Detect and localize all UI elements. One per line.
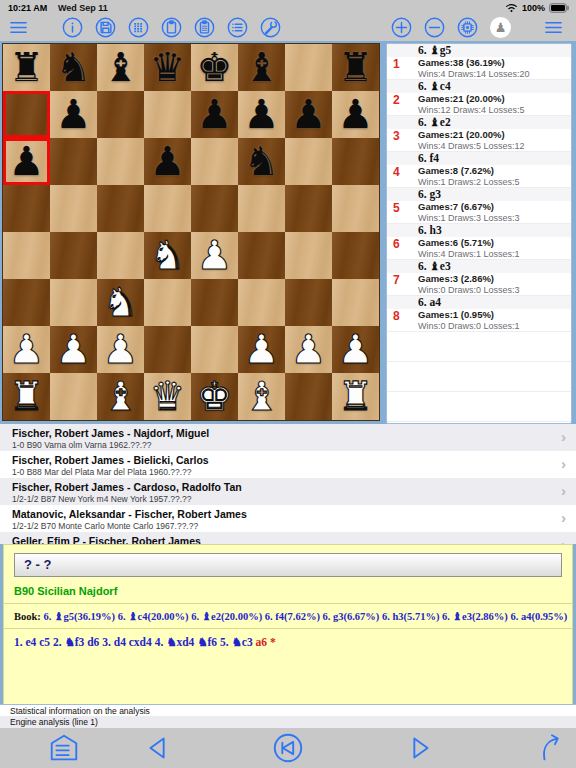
stat-games-count: Games:21 (20.00%) bbox=[387, 93, 571, 105]
square-f3[interactable] bbox=[238, 279, 285, 326]
black-pawn: ♟ bbox=[332, 91, 379, 138]
square-h3[interactable] bbox=[332, 279, 379, 326]
menu-right-icon[interactable] bbox=[543, 17, 564, 38]
list-icon[interactable] bbox=[227, 17, 248, 38]
game-result-event: 1/2-1/2 B70 Monte Carlo Monte Carlo 1967… bbox=[12, 521, 552, 531]
divider bbox=[4, 628, 572, 629]
black-king: ♚ bbox=[191, 44, 238, 91]
stat-rank-number: 6 bbox=[393, 237, 400, 251]
stat-win-draw-loss: Wins:0 Draws:0 Losses:1 bbox=[387, 321, 571, 332]
clock-date: Wed Sep 11 bbox=[58, 3, 108, 13]
square-e6[interactable] bbox=[191, 138, 238, 185]
square-g2[interactable]: ♟ bbox=[285, 326, 332, 373]
black-rook: ♜ bbox=[332, 44, 379, 91]
minus-icon[interactable] bbox=[424, 17, 445, 38]
square-c1[interactable]: ♝ bbox=[97, 373, 144, 420]
engine-analysis-row[interactable]: Engine analysis (line 1) bbox=[0, 716, 576, 728]
chess-board: ♜♞♝♛♚♝♜♟♟♟♟♟♟♟♞♞♟♞♟♟♟♟♟♟♜♝♛♚♝♜ bbox=[2, 43, 380, 421]
square-d6[interactable]: ♟ bbox=[144, 138, 191, 185]
game-list-item[interactable]: Geller, Efim P - Fischer, Robert James › bbox=[0, 532, 576, 544]
black-pawn: ♟ bbox=[3, 138, 50, 185]
stat-move-label: 6. a4 bbox=[387, 296, 571, 309]
move-stat-entry[interactable]: 6. g3 5 Games:7 (6.67%) Wins:1 Draws:3 L… bbox=[387, 188, 571, 224]
square-e5[interactable] bbox=[191, 185, 238, 232]
engine-chip-icon[interactable] bbox=[457, 17, 478, 38]
square-d5[interactable] bbox=[144, 185, 191, 232]
white-pawn: ♟ bbox=[50, 326, 97, 373]
square-a1[interactable]: ♜ bbox=[3, 373, 50, 420]
variation-arrow-icon[interactable] bbox=[535, 731, 569, 765]
square-g5[interactable] bbox=[285, 185, 332, 232]
black-bishop: ♝ bbox=[97, 44, 144, 91]
info-icon[interactable] bbox=[62, 17, 83, 38]
plus-icon[interactable] bbox=[391, 17, 412, 38]
move-stat-entry[interactable]: 6. h3 6 Games:6 (5.71%) Wins:4 Draws:1 L… bbox=[387, 224, 571, 260]
square-h7[interactable]: ♟ bbox=[332, 91, 379, 138]
square-f8[interactable]: ♝ bbox=[238, 44, 285, 91]
white-bishop: ♝ bbox=[97, 373, 144, 420]
game-result-event: 1-0 B90 Varna olm Varna 1962.??.?? bbox=[12, 440, 552, 450]
wifi-icon bbox=[505, 2, 518, 13]
clipboard-icon[interactable] bbox=[161, 17, 182, 38]
black-knight: ♞ bbox=[50, 44, 97, 91]
black-pawn: ♟ bbox=[285, 91, 332, 138]
home-menu-icon[interactable] bbox=[47, 731, 81, 765]
square-e8[interactable]: ♚ bbox=[191, 44, 238, 91]
stat-rank-number: 8 bbox=[393, 309, 400, 323]
white-rook: ♜ bbox=[3, 373, 50, 420]
book-moves: 6. ♝g5(36.19%) 6. ♝c4(20.00%) 6. ♝e2(20.… bbox=[41, 611, 567, 622]
square-d2[interactable] bbox=[144, 326, 191, 373]
stat-games-count: Games:8 (7.62%) bbox=[387, 165, 571, 177]
eco-opening-name: B90 Sicilian Najdorf bbox=[14, 585, 572, 597]
empty-row bbox=[387, 362, 571, 392]
square-d4[interactable]: ♞ bbox=[144, 232, 191, 279]
clock-time: 10:21 AM bbox=[8, 3, 47, 13]
white-bishop: ♝ bbox=[238, 373, 285, 420]
square-d1[interactable]: ♛ bbox=[144, 373, 191, 420]
save-icon[interactable] bbox=[95, 17, 116, 38]
square-c2[interactable]: ♟ bbox=[97, 326, 144, 373]
square-e1[interactable]: ♚ bbox=[191, 373, 238, 420]
move-stat-entry[interactable]: 6. ♝e2 3 Games:21 (20.00%) Wins:4 Draws:… bbox=[387, 116, 571, 152]
back-icon[interactable] bbox=[141, 731, 175, 765]
chevron-right-icon: › bbox=[561, 428, 566, 445]
stat-rank-number: 5 bbox=[393, 201, 400, 215]
game-result-event: 1/2-1/2 B87 New York m4 New York 1957.??… bbox=[12, 494, 552, 504]
square-b1[interactable] bbox=[50, 373, 97, 420]
battery-percent: 100% bbox=[522, 3, 545, 13]
black-pawn: ♟ bbox=[238, 91, 285, 138]
square-h5[interactable] bbox=[332, 185, 379, 232]
white-king: ♚ bbox=[191, 373, 238, 420]
black-knight: ♞ bbox=[238, 138, 285, 185]
white-pawn: ♟ bbox=[3, 326, 50, 373]
square-f7[interactable]: ♟ bbox=[238, 91, 285, 138]
status-indicators: 100% bbox=[505, 2, 570, 13]
game-list-item[interactable]: Fischer, Robert James - Bielicki, Carlos… bbox=[0, 451, 576, 478]
square-c8[interactable]: ♝ bbox=[97, 44, 144, 91]
square-g7[interactable]: ♟ bbox=[285, 91, 332, 138]
square-b5[interactable] bbox=[50, 185, 97, 232]
stat-move-label: 6. g3 bbox=[387, 188, 571, 201]
chevron-right-icon: › bbox=[561, 455, 566, 472]
stat-games-count: Games:3 (2.86%) bbox=[387, 273, 571, 285]
white-pawn: ♟ bbox=[238, 326, 285, 373]
statistical-info-row[interactable]: Statistical information on the analysis bbox=[0, 704, 576, 716]
stat-games-count: Games:21 (20.00%) bbox=[387, 129, 571, 141]
black-pawn: ♟ bbox=[50, 91, 97, 138]
move-stat-entry[interactable]: 6. ♝g5 1 Games:38 (36.19%) Wins:4 Draws:… bbox=[387, 44, 571, 80]
top-toolbar: ♟ bbox=[0, 14, 576, 41]
game-players: Matanovic, Aleksandar - Fischer, Robert … bbox=[12, 508, 552, 520]
square-e3[interactable] bbox=[191, 279, 238, 326]
analysis-panel: ? - ? B90 Sicilian Najdorf Book: 6. ♝g5(… bbox=[3, 544, 573, 705]
square-e2[interactable] bbox=[191, 326, 238, 373]
move-stat-entry[interactable]: 6. f4 4 Games:8 (7.62%) Wins:1 Draws:2 L… bbox=[387, 152, 571, 188]
white-pawn: ♟ bbox=[191, 232, 238, 279]
stat-move-label: 6. h3 bbox=[387, 224, 571, 237]
content-area: ♜♞♝♛♚♝♜♟♟♟♟♟♟♟♞♞♟♞♟♟♟♟♟♟♜♝♛♚♝♜ 6. ♝g5 1 … bbox=[0, 41, 576, 728]
square-c3[interactable]: ♞ bbox=[97, 279, 144, 326]
stat-win-draw-loss: Wins:12 Draws:4 Losses:5 bbox=[387, 105, 571, 116]
stat-win-draw-loss: Wins:1 Draws:3 Losses:3 bbox=[387, 213, 571, 224]
square-g6[interactable] bbox=[285, 138, 332, 185]
bottom-toolbar bbox=[0, 728, 576, 768]
paste-icon[interactable] bbox=[194, 17, 215, 38]
black-bishop: ♝ bbox=[238, 44, 285, 91]
stat-rank-number: 7 bbox=[393, 273, 400, 287]
board-setup-icon[interactable] bbox=[128, 17, 149, 38]
go-to-start-icon[interactable] bbox=[271, 731, 305, 765]
square-f6[interactable]: ♞ bbox=[238, 138, 285, 185]
stat-games-count: Games:7 (6.67%) bbox=[387, 201, 571, 213]
square-g8[interactable] bbox=[285, 44, 332, 91]
battery-icon bbox=[549, 3, 570, 13]
black-pawn: ♟ bbox=[191, 91, 238, 138]
white-queen: ♛ bbox=[144, 373, 191, 420]
square-h2[interactable]: ♟ bbox=[332, 326, 379, 373]
square-a7[interactable] bbox=[3, 91, 50, 138]
square-a3[interactable] bbox=[3, 279, 50, 326]
move-stat-entry[interactable]: 6. ♝c4 2 Games:21 (20.00%) Wins:12 Draws… bbox=[387, 80, 571, 116]
stat-rank-number: 4 bbox=[393, 165, 400, 179]
stat-rank-number: 1 bbox=[393, 57, 400, 71]
menu-icon[interactable] bbox=[8, 17, 29, 38]
square-a6[interactable]: ♟ bbox=[3, 138, 50, 185]
square-b8[interactable]: ♞ bbox=[50, 44, 97, 91]
square-b3[interactable] bbox=[50, 279, 97, 326]
empty-row bbox=[387, 332, 571, 362]
chevron-right-icon: › bbox=[561, 509, 566, 526]
game-players: Fischer, Robert James - Bielicki, Carlos bbox=[12, 454, 552, 466]
square-e7[interactable]: ♟ bbox=[191, 91, 238, 138]
divider bbox=[4, 603, 572, 604]
square-c5[interactable] bbox=[97, 185, 144, 232]
square-f1[interactable]: ♝ bbox=[238, 373, 285, 420]
book-moves-line[interactable]: Book: 6. ♝g5(36.19%) 6. ♝c4(20.00%) 6. ♝… bbox=[14, 610, 566, 622]
square-a5[interactable] bbox=[3, 185, 50, 232]
move-stat-entry[interactable]: 6. ♝e3 7 Games:3 (2.86%) Wins:0 Draws:0 … bbox=[387, 260, 571, 296]
move-stats-panel: 6. ♝g5 1 Games:38 (36.19%) Wins:4 Draws:… bbox=[386, 43, 572, 424]
game-list-item[interactable]: Fischer, Robert James - Najdorf, Miguel … bbox=[0, 424, 576, 451]
game-result-event: 1-0 B88 Mar del Plata Mar del Plata 1960… bbox=[12, 467, 552, 477]
tools-icon[interactable] bbox=[260, 17, 281, 38]
square-d7[interactable] bbox=[144, 91, 191, 138]
chevron-right-icon: › bbox=[561, 482, 566, 499]
square-a8[interactable]: ♜ bbox=[3, 44, 50, 91]
white-knight: ♞ bbox=[144, 232, 191, 279]
status-bar: 10:21 AM Wed Sep 11 100% bbox=[0, 0, 576, 14]
square-f5[interactable] bbox=[238, 185, 285, 232]
black-queen: ♛ bbox=[144, 44, 191, 91]
stat-move-label: 6. ♝c4 bbox=[387, 80, 571, 93]
square-g4[interactable] bbox=[285, 232, 332, 279]
white-pawn: ♟ bbox=[285, 326, 332, 373]
stat-move-label: 6. ♝e2 bbox=[387, 116, 571, 129]
square-h1[interactable]: ♜ bbox=[332, 373, 379, 420]
app-window: 10:21 AM Wed Sep 11 100% bbox=[0, 0, 576, 768]
stat-games-count: Games:1 (0.95%) bbox=[387, 309, 571, 321]
square-b7[interactable]: ♟ bbox=[50, 91, 97, 138]
square-f2[interactable]: ♟ bbox=[238, 326, 285, 373]
stat-win-draw-loss: Wins:4 Draws:5 Losses:12 bbox=[387, 141, 571, 152]
square-d8[interactable]: ♛ bbox=[144, 44, 191, 91]
game-list-item[interactable]: Matanovic, Aleksandar - Fischer, Robert … bbox=[0, 505, 576, 532]
game-players: Fischer, Robert James - Najdorf, Miguel bbox=[12, 427, 552, 439]
stat-move-label: 6. ♝g5 bbox=[387, 44, 571, 57]
stat-move-label: 6. f4 bbox=[387, 152, 571, 165]
game-players: Geller, Efim P - Fischer, Robert James bbox=[12, 535, 552, 544]
game-players: Fischer, Robert James - Cardoso, Radolfo… bbox=[12, 481, 552, 493]
stat-games-count: Games:6 (5.71%) bbox=[387, 237, 571, 249]
square-b2[interactable]: ♟ bbox=[50, 326, 97, 373]
last-move: a6 bbox=[256, 636, 268, 648]
white-knight: ♞ bbox=[97, 279, 144, 326]
empty-row bbox=[387, 392, 571, 422]
stat-win-draw-loss: Wins:4 Draws:1 Losses:1 bbox=[387, 249, 571, 260]
square-h6[interactable] bbox=[332, 138, 379, 185]
stat-rank-number: 2 bbox=[393, 93, 400, 107]
book-label: Book: bbox=[14, 611, 41, 622]
square-d3[interactable] bbox=[144, 279, 191, 326]
main-line[interactable]: 1. e4 c5 2. ♞f3 d6 3. d4 cxd4 4. ♞xd4 ♞f… bbox=[14, 635, 566, 649]
stat-rank-number: 3 bbox=[393, 129, 400, 143]
white-rook: ♜ bbox=[332, 373, 379, 420]
white-pawn: ♟ bbox=[97, 326, 144, 373]
mainline-moves: 1. e4 c5 2. ♞f3 d6 3. d4 cxd4 4. ♞xd4 ♞f… bbox=[14, 636, 256, 648]
square-h4[interactable] bbox=[332, 232, 379, 279]
players-header[interactable]: ? - ? bbox=[14, 553, 562, 577]
stat-win-draw-loss: Wins:4 Draws:14 Losses:20 bbox=[387, 69, 571, 80]
square-e4[interactable]: ♟ bbox=[191, 232, 238, 279]
square-a4[interactable] bbox=[3, 232, 50, 279]
chevron-right-icon: › bbox=[561, 536, 566, 544]
black-rook: ♜ bbox=[3, 44, 50, 91]
square-g3[interactable] bbox=[285, 279, 332, 326]
result-marker: * bbox=[267, 636, 276, 648]
forward-icon[interactable] bbox=[403, 731, 437, 765]
game-list: Fischer, Robert James - Najdorf, Miguel … bbox=[0, 424, 576, 544]
square-f4[interactable] bbox=[238, 232, 285, 279]
game-list-item[interactable]: Fischer, Robert James - Cardoso, Radolfo… bbox=[0, 478, 576, 505]
square-c4[interactable] bbox=[97, 232, 144, 279]
stat-move-label: 6. ♝e3 bbox=[387, 260, 571, 273]
square-a2[interactable]: ♟ bbox=[3, 326, 50, 373]
square-g1[interactable] bbox=[285, 373, 332, 420]
move-stat-entry[interactable]: 6. a4 8 Games:1 (0.95%) Wins:0 Draws:0 L… bbox=[387, 296, 571, 332]
stat-win-draw-loss: Wins:1 Draws:2 Losses:5 bbox=[387, 177, 571, 188]
square-h8[interactable]: ♜ bbox=[332, 44, 379, 91]
black-pawn: ♟ bbox=[144, 138, 191, 185]
pawn-icon[interactable]: ♟ bbox=[490, 17, 511, 38]
stat-win-draw-loss: Wins:0 Draws:0 Losses:3 bbox=[387, 285, 571, 296]
white-pawn: ♟ bbox=[332, 326, 379, 373]
square-b4[interactable] bbox=[50, 232, 97, 279]
stat-games-count: Games:38 (36.19%) bbox=[387, 57, 571, 69]
square-c6[interactable] bbox=[97, 138, 144, 185]
square-b6[interactable] bbox=[50, 138, 97, 185]
square-c7[interactable] bbox=[97, 91, 144, 138]
